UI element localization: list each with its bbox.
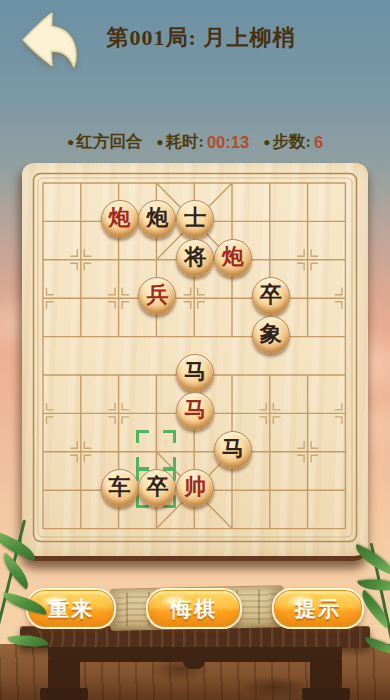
red-cannon-piece[interactable]: 炮: [101, 200, 139, 238]
elapsed-time: ● 耗时: 00:13: [156, 131, 249, 153]
black-chariot-piece[interactable]: 车: [101, 469, 139, 507]
table-foot: [40, 688, 88, 700]
turn-label: 红方回合: [76, 131, 142, 153]
xiangqi-board[interactable]: 炮炮士将炮兵卒象马马马车卒帅: [22, 163, 368, 561]
hint-button[interactable]: 提示: [272, 588, 364, 629]
move-counter: ● 步数: 6: [263, 131, 323, 153]
moves-value: 6: [314, 133, 323, 152]
status-bar: ● 红方回合 ● 耗时: 00:13 ● 步数: 6: [0, 131, 390, 153]
bullet-icon: ●: [67, 135, 74, 150]
undo-button[interactable]: 悔棋: [146, 588, 242, 629]
red-cannon-piece[interactable]: 炮: [214, 239, 252, 277]
page-title: 第001局: 月上柳梢: [6, 23, 390, 53]
black-general-piece[interactable]: 将: [176, 239, 214, 277]
restart-button[interactable]: 重来: [26, 588, 116, 629]
black-horse-piece[interactable]: 马: [214, 431, 252, 469]
moves-label: 步数:: [272, 131, 311, 153]
wood-knot: [240, 676, 310, 698]
action-button-bar: 重来 悔棋 提示: [0, 588, 390, 629]
game-screen: 第001局: 月上柳梢 ● 红方回合 ● 耗时: 00:13 ● 步数: 6 炮…: [0, 0, 390, 700]
table-foot: [302, 688, 350, 700]
table-surface: [20, 626, 370, 648]
bullet-icon: ●: [156, 135, 163, 150]
black-elephant-piece[interactable]: 象: [252, 316, 290, 354]
black-horse-piece[interactable]: 马: [176, 354, 214, 392]
turn-indicator: ● 红方回合: [67, 131, 142, 153]
time-label: 耗时:: [165, 131, 204, 153]
time-value: 00:13: [207, 133, 249, 152]
back-arrow-icon: [16, 58, 80, 73]
black-soldier-piece[interactable]: 卒: [252, 277, 290, 315]
bullet-icon: ●: [263, 135, 270, 150]
